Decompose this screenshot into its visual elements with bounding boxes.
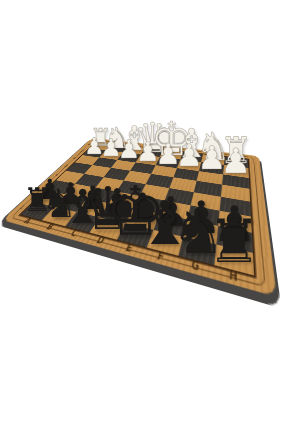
white-pawn[interactable]: ♟	[220, 144, 251, 179]
black-rook[interactable]: ♜	[207, 211, 260, 271]
chess-set-product-photo: ABCDEFGH 87654321 ♜♞♝♛♚♝♞♜♟♟♟♟♟♟♟♟♟♟♟♟♟♟…	[0, 0, 287, 430]
pieces-layer: ♜♞♝♛♚♝♞♜♟♟♟♟♟♟♟♟♟♟♟♟♟♟♟♟♜♞♝♛♚♝♞♜	[0, 0, 287, 430]
